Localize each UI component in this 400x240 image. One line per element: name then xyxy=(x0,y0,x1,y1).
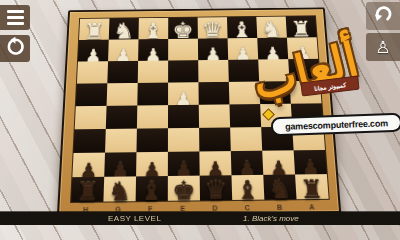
square[interactable]: ♜ xyxy=(286,16,317,37)
board-frame: ♜♞♝♚♛♝♞♜♟♟♟♟♟♟♟♟♟♟♟♟♟♟♟♟♜♞♝♚♛♝♞♜ HGFEDCB… xyxy=(57,7,341,216)
chess-board-3d: ♜♞♝♚♛♝♞♜♟♟♟♟♟♟♟♟♟♟♟♟♟♟♟♟♜♞♝♚♛♝♞♜ HGFEDCB… xyxy=(57,7,341,216)
square[interactable]: ♟ xyxy=(168,82,199,105)
square[interactable]: ♝ xyxy=(138,18,168,39)
black-n-piece: ♞ xyxy=(268,177,292,203)
square[interactable] xyxy=(137,105,168,128)
square[interactable]: ♞ xyxy=(263,174,296,199)
status-bar: EASY LEVEL 1. Black's move xyxy=(0,212,400,225)
square[interactable] xyxy=(106,105,138,128)
menu-button[interactable] xyxy=(0,5,30,30)
square[interactable] xyxy=(230,127,262,151)
undo-arrow-icon xyxy=(372,3,394,29)
square[interactable]: ♟ xyxy=(78,40,109,62)
square[interactable]: ♜ xyxy=(295,174,329,199)
square[interactable]: ♚ xyxy=(168,176,200,201)
undo-button[interactable] xyxy=(366,2,400,30)
square[interactable]: ♟ xyxy=(138,39,168,61)
file-label: C xyxy=(231,204,264,212)
square[interactable] xyxy=(168,39,198,61)
pawn-promotion-button[interactable]: ♙ xyxy=(366,33,400,61)
black-n-piece: ♞ xyxy=(108,179,132,205)
square[interactable] xyxy=(75,106,107,129)
hamburger-icon xyxy=(7,10,24,25)
pawn-icon: ♙ xyxy=(375,39,390,56)
black-b-piece: ♝ xyxy=(236,177,260,203)
black-k-piece: ♚ xyxy=(172,178,195,204)
difficulty-label: EASY LEVEL xyxy=(108,214,161,223)
square[interactable] xyxy=(76,83,107,106)
file-label: B xyxy=(264,203,297,211)
square[interactable]: ♟ xyxy=(198,38,228,60)
square[interactable]: ♟ xyxy=(262,150,295,175)
square[interactable] xyxy=(168,128,199,152)
square[interactable]: ♞ xyxy=(103,176,136,201)
square[interactable]: ♝ xyxy=(231,175,264,200)
black-b-piece: ♝ xyxy=(140,178,163,204)
square[interactable] xyxy=(107,83,138,106)
square[interactable]: ♝ xyxy=(136,176,168,201)
square[interactable]: ♛ xyxy=(198,17,228,38)
square[interactable] xyxy=(168,60,198,82)
square[interactable]: ♛ xyxy=(200,175,233,200)
black-q-piece: ♛ xyxy=(204,177,228,203)
move-indicator: 1. Black's move xyxy=(243,214,299,223)
square[interactable]: ♟ xyxy=(136,152,168,177)
square[interactable]: ♜ xyxy=(71,177,104,202)
square[interactable] xyxy=(77,61,108,83)
square[interactable] xyxy=(199,104,230,127)
square[interactable] xyxy=(199,127,231,151)
square[interactable]: ♞ xyxy=(109,18,139,39)
square[interactable]: ♟ xyxy=(231,151,263,176)
square[interactable] xyxy=(198,60,229,82)
square[interactable]: ♚ xyxy=(168,18,198,39)
square[interactable]: ♜ xyxy=(79,19,109,40)
reset-icon xyxy=(5,37,25,61)
square[interactable]: ♟ xyxy=(104,152,136,177)
square[interactable]: ♟ xyxy=(108,39,138,61)
square[interactable] xyxy=(74,129,106,153)
black-r-piece: ♜ xyxy=(300,176,325,202)
square[interactable]: ♟ xyxy=(294,150,327,175)
square[interactable] xyxy=(198,82,229,105)
square[interactable] xyxy=(168,105,199,128)
square[interactable]: ♟ xyxy=(72,153,105,178)
square[interactable]: ♞ xyxy=(256,17,287,38)
square[interactable] xyxy=(105,129,137,153)
square[interactable] xyxy=(138,61,168,83)
file-label: D xyxy=(199,204,231,212)
square[interactable] xyxy=(107,61,138,83)
board-grid: ♜♞♝♚♛♝♞♜♟♟♟♟♟♟♟♟♟♟♟♟♟♟♟♟♜♞♝♚♛♝♞♜ xyxy=(70,15,330,203)
file-label: A xyxy=(296,203,329,211)
website-watermark: gamescomputerfree.com xyxy=(271,113,400,137)
square[interactable]: ♝ xyxy=(227,17,257,38)
square[interactable] xyxy=(136,128,168,152)
square[interactable] xyxy=(137,83,168,106)
black-r-piece: ♜ xyxy=(75,179,99,205)
square[interactable]: ♟ xyxy=(199,151,231,176)
square[interactable]: ♟ xyxy=(168,151,200,176)
square[interactable] xyxy=(229,104,261,127)
reset-button[interactable] xyxy=(0,35,30,62)
